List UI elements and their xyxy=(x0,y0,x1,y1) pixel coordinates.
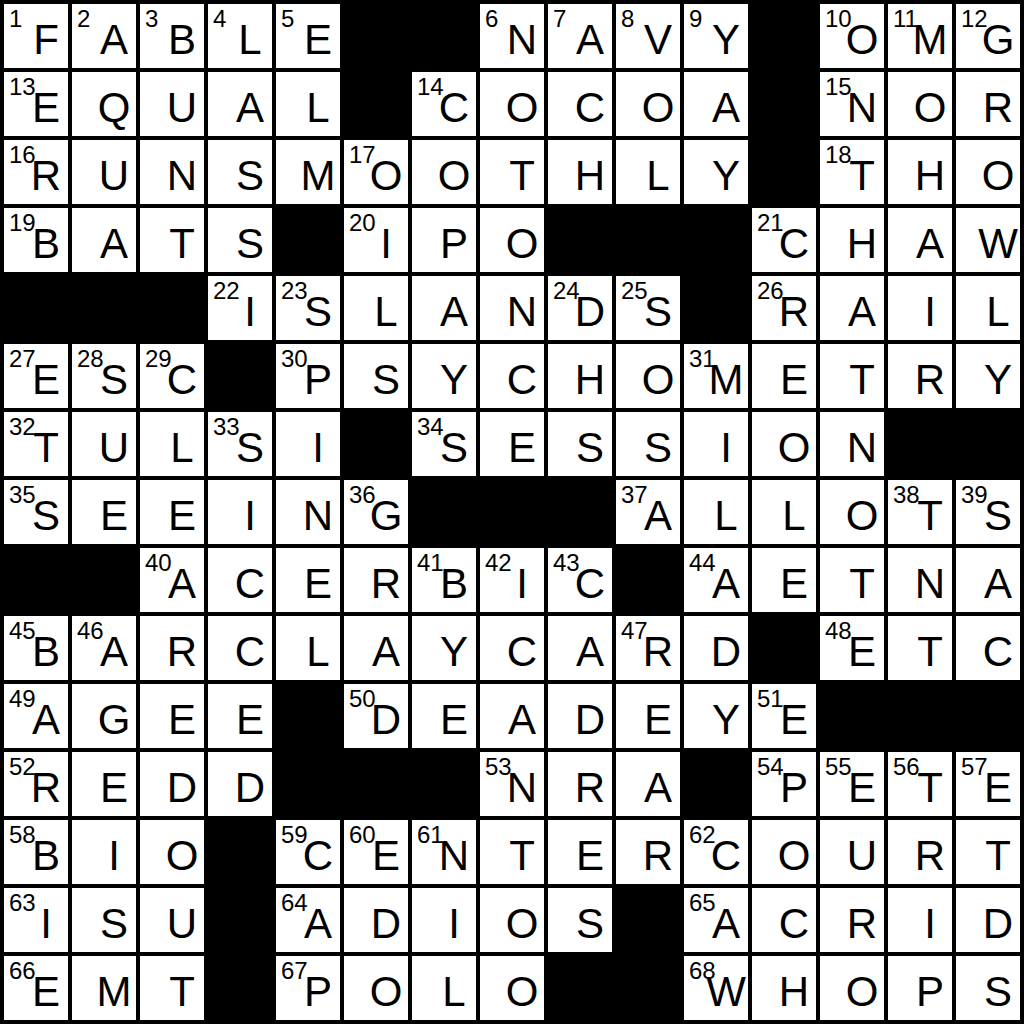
cell-r1-c4[interactable]: 4L xyxy=(208,4,272,68)
cell-r13-c1[interactable]: 58B xyxy=(4,820,68,884)
cell-r15-c13[interactable]: O xyxy=(820,956,884,1020)
cell-letter: P xyxy=(412,223,476,265)
cell-r5-c9[interactable]: 24D xyxy=(548,276,612,340)
cell-r5-c14[interactable]: I xyxy=(888,276,952,340)
cell-r11-c8[interactable]: A xyxy=(480,684,544,748)
block-r9-c1 xyxy=(4,548,68,612)
cell-r11-c6[interactable]: 50D xyxy=(344,684,408,748)
cell-r12-c15[interactable]: 57E xyxy=(956,752,1020,816)
cell-r2-c14[interactable]: O xyxy=(888,72,952,136)
cell-r12-c9[interactable]: R xyxy=(548,752,612,816)
cell-letter: E xyxy=(412,699,476,741)
cell-letter: L xyxy=(412,971,476,1013)
cell-r6-c1[interactable]: 27E xyxy=(4,344,68,408)
cell-r3-c5[interactable]: M xyxy=(276,140,340,204)
cell-r13-c9[interactable]: E xyxy=(548,820,612,884)
cell-r2-c9[interactable]: C xyxy=(548,72,612,136)
cell-letter: E xyxy=(276,563,340,605)
cell-r7-c4[interactable]: 33S xyxy=(208,412,272,476)
cell-r6-c15[interactable]: Y xyxy=(956,344,1020,408)
cell-r5-c5[interactable]: 23S xyxy=(276,276,340,340)
cell-r2-c3[interactable]: U xyxy=(140,72,204,136)
cell-r9-c14[interactable]: N xyxy=(888,548,952,612)
cell-r6-c14[interactable]: R xyxy=(888,344,952,408)
cell-letter: G xyxy=(956,19,1020,61)
cell-letter: A xyxy=(412,291,476,333)
cell-letter: U xyxy=(820,835,884,877)
cell-r15-c7[interactable]: L xyxy=(412,956,476,1020)
cell-r3-c13[interactable]: 18T xyxy=(820,140,884,204)
cell-r6-c3[interactable]: 29C xyxy=(140,344,204,408)
cell-letter: C xyxy=(548,87,612,129)
cell-r13-c8[interactable]: T xyxy=(480,820,544,884)
cell-r2-c7[interactable]: 14C xyxy=(412,72,476,136)
cell-r13-c3[interactable]: O xyxy=(140,820,204,884)
cell-r12-c14[interactable]: 56T xyxy=(888,752,952,816)
cell-r10-c1[interactable]: 45B xyxy=(4,616,68,680)
cell-letter: R xyxy=(820,903,884,945)
cell-r15-c2[interactable]: M xyxy=(72,956,136,1020)
cell-letter: E xyxy=(4,971,68,1013)
cell-letter: Y xyxy=(684,19,748,61)
cell-r3-c4[interactable]: S xyxy=(208,140,272,204)
cell-letter: O xyxy=(480,223,544,265)
cell-r12-c2[interactable]: E xyxy=(72,752,136,816)
cell-letter: Y xyxy=(684,155,748,197)
cell-r9-c3[interactable]: 40A xyxy=(140,548,204,612)
cell-r2-c5[interactable]: L xyxy=(276,72,340,136)
cell-r10-c13[interactable]: 48E xyxy=(820,616,884,680)
cell-r1-c10[interactable]: 8V xyxy=(616,4,680,68)
cell-r7-c3[interactable]: L xyxy=(140,412,204,476)
cell-r13-c13[interactable]: U xyxy=(820,820,884,884)
cell-r1-c9[interactable]: 7A xyxy=(548,4,612,68)
cell-letter: A xyxy=(820,291,884,333)
cell-letter: A xyxy=(956,563,1020,605)
cell-r13-c10[interactable]: R xyxy=(616,820,680,884)
cell-r5-c4[interactable]: 22I xyxy=(208,276,272,340)
cell-r7-c1[interactable]: 32T xyxy=(4,412,68,476)
cell-r10-c8[interactable]: C xyxy=(480,616,544,680)
cell-r2-c11[interactable]: A xyxy=(684,72,748,136)
block-r5-c11 xyxy=(684,276,748,340)
cell-letter: L xyxy=(956,291,1020,333)
cell-r6-c13[interactable]: T xyxy=(820,344,884,408)
cell-letter: I xyxy=(4,903,68,945)
cell-r1-c15[interactable]: 12G xyxy=(956,4,1020,68)
cell-r2-c2[interactable]: Q xyxy=(72,72,136,136)
cell-r2-c15[interactable]: R xyxy=(956,72,1020,136)
cell-r4-c3[interactable]: T xyxy=(140,208,204,272)
cell-r13-c6[interactable]: 60E xyxy=(344,820,408,884)
cell-r14-c12[interactable]: C xyxy=(752,888,816,952)
block-r2-c6 xyxy=(344,72,408,136)
block-r15-c4 xyxy=(208,956,272,1020)
cell-r1-c14[interactable]: 11M xyxy=(888,4,952,68)
cell-r9-c6[interactable]: R xyxy=(344,548,408,612)
cell-r5-c8[interactable]: N xyxy=(480,276,544,340)
cell-letter: O xyxy=(480,971,544,1013)
cell-letter: E xyxy=(344,835,408,877)
cell-r10-c10[interactable]: 47R xyxy=(616,616,680,680)
block-r8-c9 xyxy=(548,480,612,544)
cell-r4-c14[interactable]: A xyxy=(888,208,952,272)
cell-letter: S xyxy=(412,427,476,469)
cell-r1-c5[interactable]: 5E xyxy=(276,4,340,68)
cell-letter: N xyxy=(480,767,544,809)
cell-letter: E xyxy=(752,563,816,605)
cell-letter: A xyxy=(344,631,408,673)
cell-r14-c5[interactable]: 64A xyxy=(276,888,340,952)
cell-r4-c8[interactable]: O xyxy=(480,208,544,272)
cell-r7-c10[interactable]: S xyxy=(616,412,680,476)
cell-r12-c8[interactable]: 53N xyxy=(480,752,544,816)
cell-r4-c12[interactable]: 21C xyxy=(752,208,816,272)
cell-r6-c5[interactable]: 30P xyxy=(276,344,340,408)
cell-r8-c4[interactable]: I xyxy=(208,480,272,544)
cell-r10-c4[interactable]: C xyxy=(208,616,272,680)
cell-r8-c3[interactable]: E xyxy=(140,480,204,544)
cell-letter: T xyxy=(140,223,204,265)
block-r9-c10 xyxy=(616,548,680,612)
cell-letter: T xyxy=(4,427,68,469)
cell-r7-c12[interactable]: O xyxy=(752,412,816,476)
cell-r9-c4[interactable]: C xyxy=(208,548,272,612)
cell-r5-c12[interactable]: 26R xyxy=(752,276,816,340)
cell-r14-c15[interactable]: D xyxy=(956,888,1020,952)
cell-letter: E xyxy=(752,699,816,741)
cell-letter: C xyxy=(684,835,748,877)
cell-r3-c9[interactable]: H xyxy=(548,140,612,204)
cell-r13-c11[interactable]: 62C xyxy=(684,820,748,884)
cell-letter: N xyxy=(888,563,952,605)
cell-r8-c12[interactable]: L xyxy=(752,480,816,544)
cell-r12-c4[interactable]: D xyxy=(208,752,272,816)
cell-letter: T xyxy=(888,767,952,809)
cell-letter: D xyxy=(208,767,272,809)
cell-r2-c4[interactable]: A xyxy=(208,72,272,136)
cell-r9-c5[interactable]: E xyxy=(276,548,340,612)
cell-r3-c2[interactable]: U xyxy=(72,140,136,204)
cell-r4-c2[interactable]: A xyxy=(72,208,136,272)
cell-letter: T xyxy=(820,563,884,605)
cell-letter: P xyxy=(276,359,340,401)
cell-r12-c12[interactable]: 54P xyxy=(752,752,816,816)
cell-r15-c3[interactable]: T xyxy=(140,956,204,1020)
cell-r1-c1[interactable]: 1F xyxy=(4,4,68,68)
cell-r7-c13[interactable]: N xyxy=(820,412,884,476)
cell-r3-c10[interactable]: L xyxy=(616,140,680,204)
block-r4-c10 xyxy=(616,208,680,272)
cell-letter: E xyxy=(752,359,816,401)
cell-r9-c7[interactable]: 41B xyxy=(412,548,476,612)
cell-r13-c5[interactable]: 59C xyxy=(276,820,340,884)
cell-letter: A xyxy=(616,767,680,809)
cell-letter: O xyxy=(616,359,680,401)
cell-letter: O xyxy=(344,155,408,197)
cell-r9-c12[interactable]: E xyxy=(752,548,816,612)
cell-r14-c6[interactable]: D xyxy=(344,888,408,952)
cell-letter: E xyxy=(616,699,680,741)
cell-letter: H xyxy=(548,359,612,401)
cell-letter: A xyxy=(684,87,748,129)
cell-letter: N xyxy=(412,835,476,877)
cell-letter: O xyxy=(820,495,884,537)
block-r9-c2 xyxy=(72,548,136,612)
cell-letter: O xyxy=(956,155,1020,197)
block-r1-c7 xyxy=(412,4,476,68)
cell-letter: L xyxy=(276,87,340,129)
cell-r9-c11[interactable]: 44A xyxy=(684,548,748,612)
block-r15-c10 xyxy=(616,956,680,1020)
block-r14-c4 xyxy=(208,888,272,952)
cell-r1-c8[interactable]: 6N xyxy=(480,4,544,68)
block-r7-c6 xyxy=(344,412,408,476)
cell-r3-c7[interactable]: O xyxy=(412,140,476,204)
cell-r1-c13[interactable]: 10O xyxy=(820,4,884,68)
cell-letter: A xyxy=(548,631,612,673)
block-r14-c10 xyxy=(616,888,680,952)
cell-r10-c2[interactable]: 46A xyxy=(72,616,136,680)
cell-letter: B xyxy=(140,19,204,61)
cell-r12-c1[interactable]: 52R xyxy=(4,752,68,816)
cell-letter: A xyxy=(888,223,952,265)
cell-r3-c15[interactable]: O xyxy=(956,140,1020,204)
cell-r13-c2[interactable]: I xyxy=(72,820,136,884)
cell-letter: H xyxy=(548,155,612,197)
cell-r7-c5[interactable]: I xyxy=(276,412,340,476)
cell-letter: A xyxy=(4,699,68,741)
cell-r6-c2[interactable]: 28S xyxy=(72,344,136,408)
cell-r11-c11[interactable]: Y xyxy=(684,684,748,748)
cell-r10-c5[interactable]: L xyxy=(276,616,340,680)
cell-r10-c6[interactable]: A xyxy=(344,616,408,680)
cell-r11-c4[interactable]: E xyxy=(208,684,272,748)
cell-letter: B xyxy=(4,223,68,265)
block-r7-c15 xyxy=(956,412,1020,476)
cell-r1-c2[interactable]: 2A xyxy=(72,4,136,68)
cell-r6-c8[interactable]: C xyxy=(480,344,544,408)
cell-letter: I xyxy=(72,835,136,877)
cell-r8-c6[interactable]: 36G xyxy=(344,480,408,544)
cell-r4-c7[interactable]: P xyxy=(412,208,476,272)
cell-r11-c1[interactable]: 49A xyxy=(4,684,68,748)
cell-letter: E xyxy=(72,767,136,809)
cell-letter: R xyxy=(752,291,816,333)
cell-letter: L xyxy=(684,495,748,537)
cell-letter: E xyxy=(820,631,884,673)
cell-letter: C xyxy=(480,359,544,401)
cell-r1-c3[interactable]: 3B xyxy=(140,4,204,68)
cell-letter: C xyxy=(752,223,816,265)
cell-r13-c12[interactable]: O xyxy=(752,820,816,884)
cell-r11-c7[interactable]: E xyxy=(412,684,476,748)
cell-r8-c10[interactable]: 37A xyxy=(616,480,680,544)
cell-r14-c11[interactable]: 65A xyxy=(684,888,748,952)
cell-r15-c6[interactable]: O xyxy=(344,956,408,1020)
cell-r14-c2[interactable]: S xyxy=(72,888,136,952)
cell-r15-c1[interactable]: 66E xyxy=(4,956,68,1020)
cell-r5-c10[interactable]: 25S xyxy=(616,276,680,340)
cell-letter: S xyxy=(4,495,68,537)
cell-letter: A xyxy=(616,495,680,537)
cell-r10-c14[interactable]: T xyxy=(888,616,952,680)
cell-letter: N xyxy=(820,427,884,469)
cell-r9-c8[interactable]: 42I xyxy=(480,548,544,612)
cell-letter: P xyxy=(888,971,952,1013)
cell-letter: O xyxy=(344,971,408,1013)
cell-r13-c7[interactable]: 61N xyxy=(412,820,476,884)
cell-letter: A xyxy=(72,631,136,673)
cell-letter: G xyxy=(72,699,136,741)
cell-r15-c5[interactable]: 67P xyxy=(276,956,340,1020)
cell-letter: F xyxy=(4,19,68,61)
cell-r8-c13[interactable]: O xyxy=(820,480,884,544)
cell-r15-c15[interactable]: S xyxy=(956,956,1020,1020)
block-r12-c6 xyxy=(344,752,408,816)
block-r12-c7 xyxy=(412,752,476,816)
cell-r11-c12[interactable]: 51E xyxy=(752,684,816,748)
cell-letter: C xyxy=(480,631,544,673)
cell-r2-c10[interactable]: O xyxy=(616,72,680,136)
cell-r6-c7[interactable]: Y xyxy=(412,344,476,408)
cell-r3-c8[interactable]: T xyxy=(480,140,544,204)
cell-r8-c2[interactable]: E xyxy=(72,480,136,544)
block-r4-c11 xyxy=(684,208,748,272)
cell-r13-c15[interactable]: T xyxy=(956,820,1020,884)
cell-r10-c9[interactable]: A xyxy=(548,616,612,680)
cell-r15-c11[interactable]: 68W xyxy=(684,956,748,1020)
cell-r5-c7[interactable]: A xyxy=(412,276,476,340)
cell-r8-c11[interactable]: L xyxy=(684,480,748,544)
block-r5-c2 xyxy=(72,276,136,340)
cell-r14-c1[interactable]: 63I xyxy=(4,888,68,952)
cell-r11-c10[interactable]: E xyxy=(616,684,680,748)
cell-r14-c9[interactable]: S xyxy=(548,888,612,952)
cell-r14-c13[interactable]: R xyxy=(820,888,884,952)
cell-r3-c6[interactable]: 17O xyxy=(344,140,408,204)
cell-letter: R xyxy=(4,155,68,197)
cell-letter: O xyxy=(412,155,476,197)
cell-r8-c1[interactable]: 35S xyxy=(4,480,68,544)
cell-letter: T xyxy=(820,359,884,401)
cell-letter: C xyxy=(208,631,272,673)
cell-r5-c13[interactable]: A xyxy=(820,276,884,340)
cell-r2-c13[interactable]: 15N xyxy=(820,72,884,136)
cell-letter: H xyxy=(888,155,952,197)
cell-r7-c2[interactable]: U xyxy=(72,412,136,476)
cell-r6-c9[interactable]: H xyxy=(548,344,612,408)
cell-r4-c6[interactable]: 20I xyxy=(344,208,408,272)
cell-letter: Y xyxy=(412,359,476,401)
cell-r4-c15[interactable]: W xyxy=(956,208,1020,272)
cell-r2-c1[interactable]: 13E xyxy=(4,72,68,136)
cell-r15-c8[interactable]: O xyxy=(480,956,544,1020)
cell-r11-c9[interactable]: D xyxy=(548,684,612,748)
cell-r4-c4[interactable]: S xyxy=(208,208,272,272)
cell-r3-c1[interactable]: 16R xyxy=(4,140,68,204)
cell-r8-c15[interactable]: 39S xyxy=(956,480,1020,544)
block-r8-c7 xyxy=(412,480,476,544)
cell-letter: S xyxy=(72,903,136,945)
cell-r9-c15[interactable]: A xyxy=(956,548,1020,612)
cell-r5-c6[interactable]: L xyxy=(344,276,408,340)
cell-letter: E xyxy=(140,699,204,741)
cell-r8-c14[interactable]: 38T xyxy=(888,480,952,544)
cell-letter: D xyxy=(344,699,408,741)
cell-r7-c8[interactable]: E xyxy=(480,412,544,476)
cell-r10-c11[interactable]: D xyxy=(684,616,748,680)
cell-r13-c14[interactable]: R xyxy=(888,820,952,884)
cell-letter: S xyxy=(276,291,340,333)
cell-letter: B xyxy=(4,835,68,877)
cell-r6-c10[interactable]: O xyxy=(616,344,680,408)
cell-r12-c3[interactable]: D xyxy=(140,752,204,816)
cell-r12-c10[interactable]: A xyxy=(616,752,680,816)
cell-r12-c13[interactable]: 55E xyxy=(820,752,884,816)
block-r1-c12 xyxy=(752,4,816,68)
cell-r14-c14[interactable]: I xyxy=(888,888,952,952)
cell-r6-c12[interactable]: E xyxy=(752,344,816,408)
cell-r9-c13[interactable]: T xyxy=(820,548,884,612)
cell-letter: M xyxy=(72,971,136,1013)
cell-r3-c3[interactable]: N xyxy=(140,140,204,204)
cell-r4-c13[interactable]: H xyxy=(820,208,884,272)
cell-r11-c2[interactable]: G xyxy=(72,684,136,748)
block-r11-c13 xyxy=(820,684,884,748)
cell-letter: C xyxy=(276,835,340,877)
cell-letter: S xyxy=(208,155,272,197)
cell-r10-c3[interactable]: R xyxy=(140,616,204,680)
cell-letter: A xyxy=(684,563,748,605)
block-r8-c8 xyxy=(480,480,544,544)
cell-r9-c9[interactable]: 43C xyxy=(548,548,612,612)
cell-r4-c1[interactable]: 19B xyxy=(4,208,68,272)
cell-letter: E xyxy=(208,699,272,741)
cell-r6-c11[interactable]: 31M xyxy=(684,344,748,408)
cell-r1-c11[interactable]: 9Y xyxy=(684,4,748,68)
cell-r8-c5[interactable]: N xyxy=(276,480,340,544)
cell-letter: C xyxy=(548,563,612,605)
cell-r14-c8[interactable]: O xyxy=(480,888,544,952)
cell-r10-c7[interactable]: Y xyxy=(412,616,476,680)
block-r11-c15 xyxy=(956,684,1020,748)
crossword-grid: 1F2A3B4L5E6N7A8V9Y10O11M12G13EQUAL14COCO… xyxy=(0,0,1024,1024)
cell-letter: L xyxy=(140,427,204,469)
cell-letter: R xyxy=(616,835,680,877)
cell-r5-c15[interactable]: L xyxy=(956,276,1020,340)
block-r7-c14 xyxy=(888,412,952,476)
cell-r3-c11[interactable]: Y xyxy=(684,140,748,204)
cell-r10-c15[interactable]: C xyxy=(956,616,1020,680)
cell-r14-c3[interactable]: U xyxy=(140,888,204,952)
cell-letter: Y xyxy=(412,631,476,673)
cell-r11-c3[interactable]: E xyxy=(140,684,204,748)
cell-r15-c12[interactable]: H xyxy=(752,956,816,1020)
cell-r6-c6[interactable]: S xyxy=(344,344,408,408)
cell-r2-c8[interactable]: O xyxy=(480,72,544,136)
cell-r7-c11[interactable]: I xyxy=(684,412,748,476)
cell-letter: R xyxy=(4,767,68,809)
cell-letter: I xyxy=(888,291,952,333)
cell-r3-c14[interactable]: H xyxy=(888,140,952,204)
cell-r7-c9[interactable]: S xyxy=(548,412,612,476)
cell-letter: O xyxy=(820,971,884,1013)
cell-letter: E xyxy=(956,767,1020,809)
cell-r15-c14[interactable]: P xyxy=(888,956,952,1020)
cell-r14-c7[interactable]: I xyxy=(412,888,476,952)
cell-r7-c7[interactable]: 34S xyxy=(412,412,476,476)
